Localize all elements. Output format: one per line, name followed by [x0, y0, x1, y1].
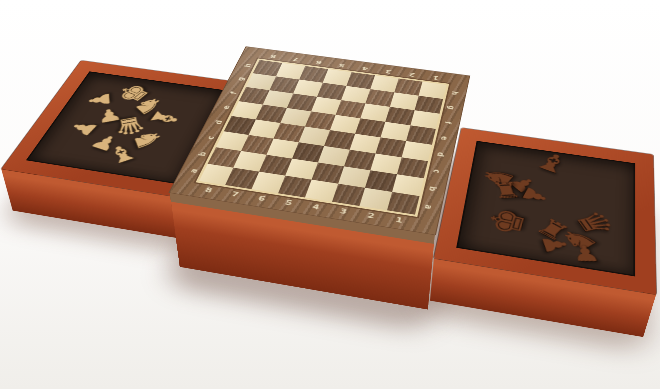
black-pawn-piece: ♟ — [537, 234, 574, 255]
coordinate-label: 5 — [273, 195, 304, 210]
white-bishop-piece: ♝ — [143, 106, 187, 130]
product-photo: ♚♟♞♝♟♛♟♞♟♝ 87654321 87654321 hgfedcba hg… — [0, 0, 660, 389]
coordinate-label: 1 — [384, 212, 415, 228]
right-drawer-felt: ♝♞♟♜♟♚♜♛♞♟♟ — [456, 141, 635, 277]
black-pawn-piece: ♟ — [517, 184, 553, 208]
black-pawn-piece: ♟ — [569, 242, 602, 264]
coordinate-label: 3 — [328, 204, 359, 219]
black-king-piece: ♚ — [482, 204, 532, 239]
square — [387, 192, 419, 215]
coordinate-label: 2 — [356, 208, 387, 223]
black-bishop-piece: ♝ — [529, 147, 574, 179]
square — [359, 188, 392, 211]
scene-scaler: ♚♟♞♝♟♛♟♞♟♝ 87654321 87654321 hgfedcba hg… — [73, 43, 588, 346]
coordinate-label: 4 — [300, 199, 331, 214]
